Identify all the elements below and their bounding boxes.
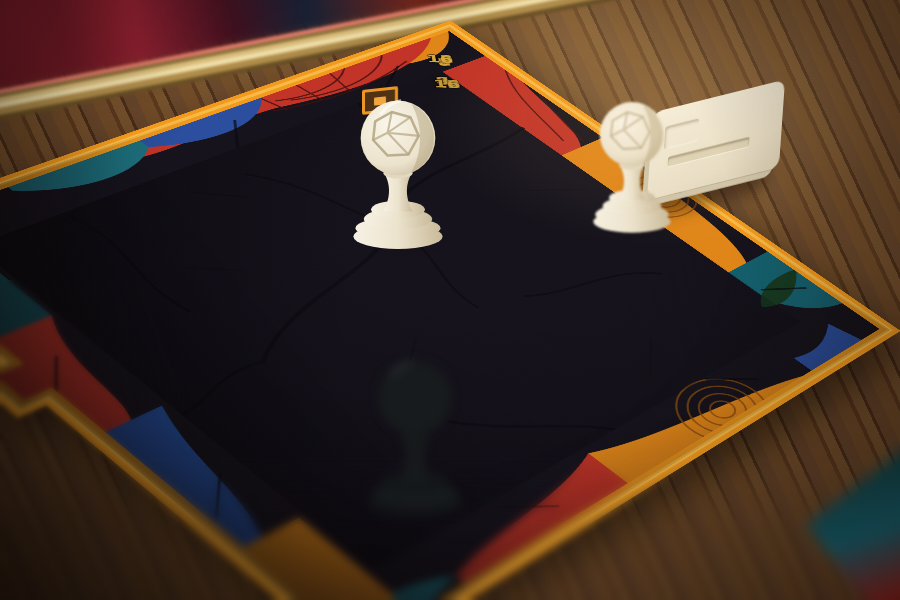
white-pawn-cell6[interactable] [346, 84, 450, 250]
photo-stage: 1122334455667788991010111112121313141415… [0, 0, 900, 600]
white-pawn-cell3[interactable] [586, 86, 678, 234]
black-pawn-cell16[interactable] [352, 344, 478, 516]
cell-number: 16 [426, 53, 454, 66]
